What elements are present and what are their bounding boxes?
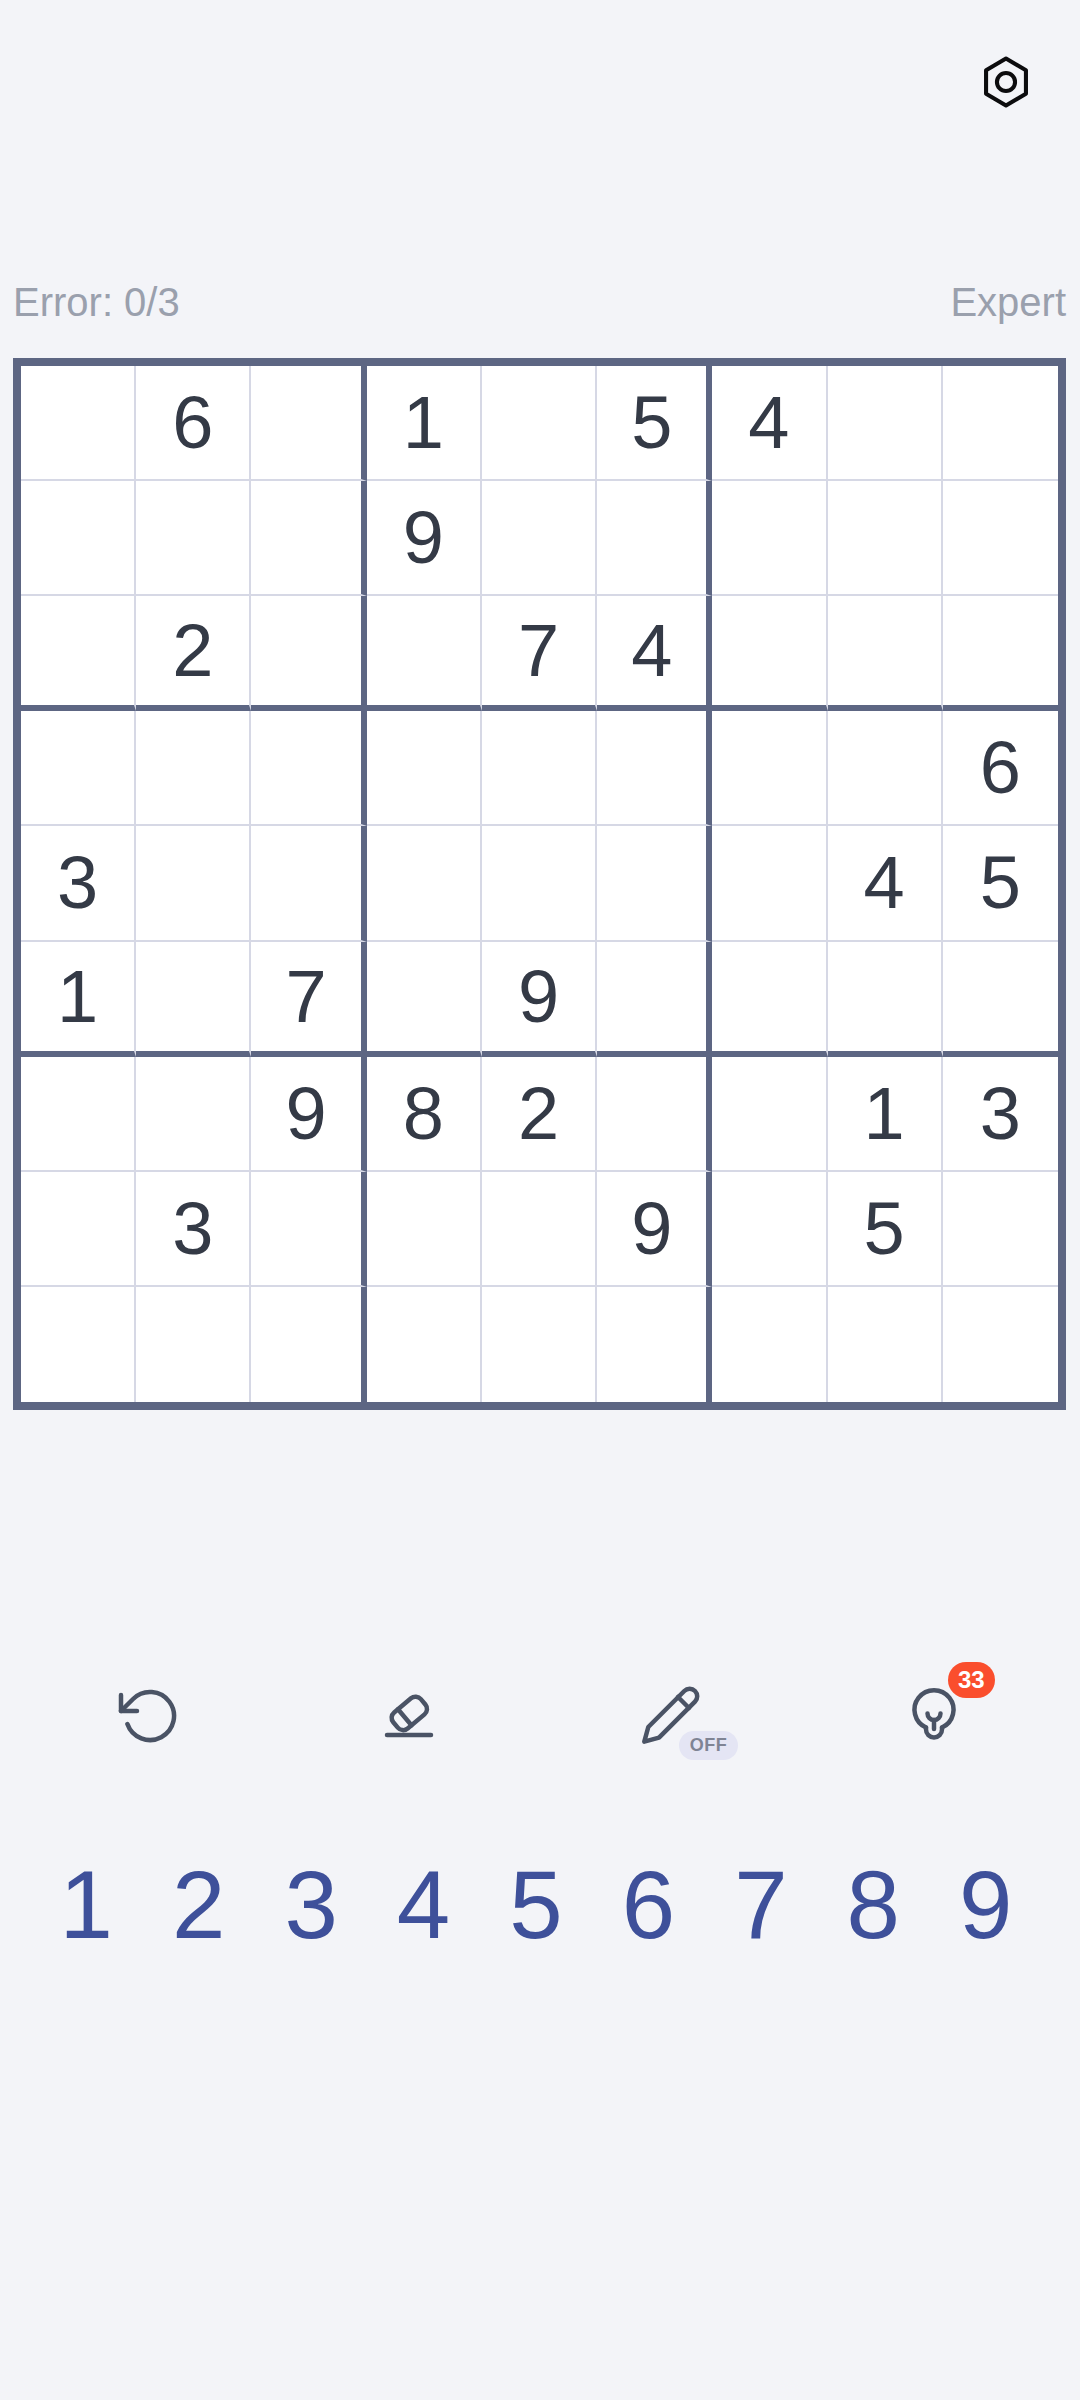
cell-r9c1[interactable] xyxy=(21,1287,136,1402)
sudoku-board: 61549274634517998213395 xyxy=(13,358,1066,1410)
status-bar: Error: 0/3 Expert xyxy=(13,280,1066,325)
cell-r2c4[interactable]: 9 xyxy=(367,481,482,596)
numpad-6[interactable]: 6 xyxy=(622,1842,675,1967)
cell-r4c1[interactable] xyxy=(21,711,136,826)
cell-r7c9[interactable]: 3 xyxy=(943,1057,1058,1172)
cell-r1c2[interactable]: 6 xyxy=(136,366,251,481)
cell-r6c6[interactable] xyxy=(597,942,712,1057)
cell-r9c3[interactable] xyxy=(251,1287,366,1402)
cell-r8c1[interactable] xyxy=(21,1172,136,1287)
cell-r2c8[interactable] xyxy=(828,481,943,596)
numpad-3[interactable]: 3 xyxy=(284,1842,337,1967)
cell-r5c5[interactable] xyxy=(482,826,597,941)
notes-button[interactable]: OFF xyxy=(632,1676,710,1754)
cell-r7c7[interactable] xyxy=(712,1057,827,1172)
cell-r3c2[interactable]: 2 xyxy=(136,596,251,711)
cell-r9c2[interactable] xyxy=(136,1287,251,1402)
cell-r5c9[interactable]: 5 xyxy=(943,826,1058,941)
cell-r9c4[interactable] xyxy=(367,1287,482,1402)
cell-r7c4[interactable]: 8 xyxy=(367,1057,482,1172)
numpad-2[interactable]: 2 xyxy=(172,1842,225,1967)
eraser-button[interactable] xyxy=(370,1676,448,1754)
difficulty-label: Expert xyxy=(950,280,1066,325)
cell-r2c6[interactable] xyxy=(597,481,712,596)
settings-nut-icon xyxy=(977,53,1035,111)
cell-r7c8[interactable]: 1 xyxy=(828,1057,943,1172)
undo-icon xyxy=(114,1683,178,1747)
cell-r8c6[interactable]: 9 xyxy=(597,1172,712,1287)
cell-r6c5[interactable]: 9 xyxy=(482,942,597,1057)
cell-r9c5[interactable] xyxy=(482,1287,597,1402)
error-counter: Error: 0/3 xyxy=(13,280,180,325)
cell-r8c9[interactable] xyxy=(943,1172,1058,1287)
cell-r9c8[interactable] xyxy=(828,1287,943,1402)
cell-r2c3[interactable] xyxy=(251,481,366,596)
cell-r5c8[interactable]: 4 xyxy=(828,826,943,941)
notes-off-badge: OFF xyxy=(679,1731,739,1760)
cell-r3c8[interactable] xyxy=(828,596,943,711)
cell-r5c4[interactable] xyxy=(367,826,482,941)
cell-r5c1[interactable]: 3 xyxy=(21,826,136,941)
cell-r6c8[interactable] xyxy=(828,942,943,1057)
cell-r5c2[interactable] xyxy=(136,826,251,941)
cell-r8c4[interactable] xyxy=(367,1172,482,1287)
cell-r1c7[interactable]: 4 xyxy=(712,366,827,481)
cell-r6c7[interactable] xyxy=(712,942,827,1057)
numpad-9[interactable]: 9 xyxy=(959,1842,1012,1967)
cell-r2c9[interactable] xyxy=(943,481,1058,596)
cell-r6c3[interactable]: 7 xyxy=(251,942,366,1057)
cell-r5c6[interactable] xyxy=(597,826,712,941)
numpad-4[interactable]: 4 xyxy=(397,1842,450,1967)
cell-r4c4[interactable] xyxy=(367,711,482,826)
cell-r7c6[interactable] xyxy=(597,1057,712,1172)
undo-button[interactable] xyxy=(107,1676,185,1754)
eraser-icon xyxy=(377,1683,441,1747)
cell-r1c8[interactable] xyxy=(828,366,943,481)
cell-r6c2[interactable] xyxy=(136,942,251,1057)
cell-r8c3[interactable] xyxy=(251,1172,366,1287)
cell-r1c5[interactable] xyxy=(482,366,597,481)
cell-r4c9[interactable]: 6 xyxy=(943,711,1058,826)
cell-r2c1[interactable] xyxy=(21,481,136,596)
cell-r3c9[interactable] xyxy=(943,596,1058,711)
cell-r6c4[interactable] xyxy=(367,942,482,1057)
cell-r9c7[interactable] xyxy=(712,1287,827,1402)
cell-r4c5[interactable] xyxy=(482,711,597,826)
cell-r5c7[interactable] xyxy=(712,826,827,941)
number-pad: 123456789 xyxy=(30,1842,1042,1967)
cell-r8c2[interactable]: 3 xyxy=(136,1172,251,1287)
cell-r1c1[interactable] xyxy=(21,366,136,481)
cell-r2c7[interactable] xyxy=(712,481,827,596)
cell-r8c5[interactable] xyxy=(482,1172,597,1287)
cell-r3c5[interactable]: 7 xyxy=(482,596,597,711)
cell-r5c3[interactable] xyxy=(251,826,366,941)
cell-r8c8[interactable]: 5 xyxy=(828,1172,943,1287)
cell-r3c1[interactable] xyxy=(21,596,136,711)
cell-r7c1[interactable] xyxy=(21,1057,136,1172)
cell-r3c6[interactable]: 4 xyxy=(597,596,712,711)
cell-r2c5[interactable] xyxy=(482,481,597,596)
numpad-8[interactable]: 8 xyxy=(847,1842,900,1967)
cell-r4c2[interactable] xyxy=(136,711,251,826)
cell-r4c8[interactable] xyxy=(828,711,943,826)
sudoku-app-screen: Error: 0/3 Expert 6154927463451799821339… xyxy=(0,0,1080,2400)
cell-r3c7[interactable] xyxy=(712,596,827,711)
cell-r1c3[interactable] xyxy=(251,366,366,481)
numpad-5[interactable]: 5 xyxy=(509,1842,562,1967)
cell-r1c9[interactable] xyxy=(943,366,1058,481)
cell-r7c3[interactable]: 9 xyxy=(251,1057,366,1172)
cell-r4c6[interactable] xyxy=(597,711,712,826)
cell-r3c4[interactable] xyxy=(367,596,482,711)
cell-r7c5[interactable]: 2 xyxy=(482,1057,597,1172)
cell-r4c7[interactable] xyxy=(712,711,827,826)
toolbar: OFF 33 xyxy=(15,1676,1065,1754)
cell-r1c4[interactable]: 1 xyxy=(367,366,482,481)
cell-r1c6[interactable]: 5 xyxy=(597,366,712,481)
cell-r9c9[interactable] xyxy=(943,1287,1058,1402)
cell-r6c9[interactable] xyxy=(943,942,1058,1057)
cell-r3c3[interactable] xyxy=(251,596,366,711)
cell-r8c7[interactable] xyxy=(712,1172,827,1287)
cell-r9c6[interactable] xyxy=(597,1287,712,1402)
cell-r7c2[interactable] xyxy=(136,1057,251,1172)
hint-count-badge: 33 xyxy=(948,1662,995,1698)
settings-button[interactable] xyxy=(972,48,1040,116)
cell-r6c1[interactable]: 1 xyxy=(21,942,136,1057)
cell-r2c2[interactable] xyxy=(136,481,251,596)
hint-button[interactable]: 33 xyxy=(895,1676,973,1754)
numpad-1[interactable]: 1 xyxy=(60,1842,113,1967)
numpad-7[interactable]: 7 xyxy=(734,1842,787,1967)
cell-r4c3[interactable] xyxy=(251,711,366,826)
